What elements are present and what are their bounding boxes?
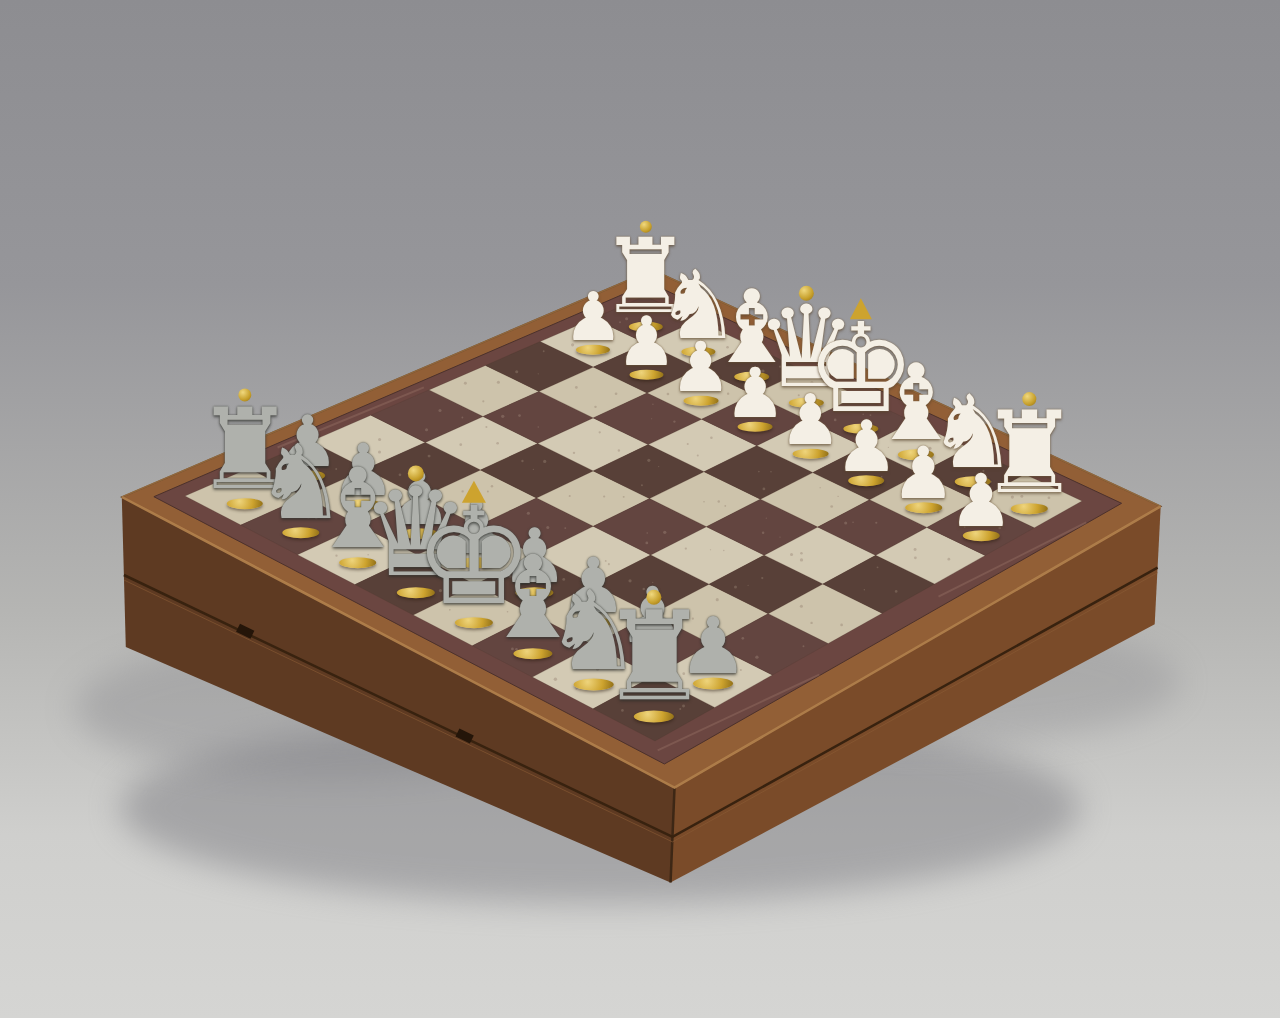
marble-speckle <box>673 420 675 422</box>
gold-finial <box>1023 392 1037 406</box>
marble-speckle <box>538 373 539 374</box>
marble-speckle <box>645 541 648 544</box>
chessboard <box>0 0 1280 1018</box>
marble-speckle <box>724 505 726 507</box>
marble-speckle <box>803 645 805 647</box>
marble-speckle <box>685 547 687 549</box>
marble-speckle <box>599 431 601 433</box>
marble-speckle <box>703 501 705 503</box>
marble-speckle <box>844 521 847 524</box>
gold-finial <box>640 220 652 232</box>
piece-white-p-c2[interactable]: ♟ <box>670 333 732 402</box>
marble-speckle <box>646 532 648 534</box>
piece-white-p-g2[interactable]: ♟ <box>891 437 956 509</box>
marble-speckle <box>496 442 499 445</box>
p-glyph: ♟ <box>616 308 677 376</box>
marble-speckle <box>758 471 760 473</box>
marble-speckle <box>464 382 467 385</box>
marble-speckle <box>461 417 463 419</box>
piece-white-p-d2[interactable]: ♟ <box>724 359 786 428</box>
marble-speckle <box>710 436 713 439</box>
marble-speckle <box>697 454 699 456</box>
marble-speckle <box>482 400 484 402</box>
marble-speckle <box>747 585 748 586</box>
marble-speckle <box>718 500 720 502</box>
marble-speckle <box>521 460 523 462</box>
marble-speckle <box>762 531 765 534</box>
marble-speckle <box>762 488 765 491</box>
marble-speckle <box>864 589 865 590</box>
marble-speckle <box>575 386 578 389</box>
marble-speckle <box>438 409 441 412</box>
marble-speckle <box>603 495 605 497</box>
marble-speckle <box>641 484 643 486</box>
marble-speckle <box>485 426 487 428</box>
marble-speckle <box>647 459 650 462</box>
r-glyph: ♜ <box>599 595 709 718</box>
marble-speckle <box>761 577 763 579</box>
marble-speckle <box>800 605 803 608</box>
marble-speckle <box>800 558 803 561</box>
piece-white-p-b2[interactable]: ♟ <box>616 308 677 376</box>
marble-speckle <box>651 418 652 419</box>
marble-speckle <box>652 404 653 405</box>
marble-speckle <box>459 443 462 446</box>
marble-speckle <box>734 586 737 589</box>
marble-speckle <box>766 518 767 519</box>
p-glyph: ♟ <box>779 385 842 455</box>
marble-speckle <box>790 553 793 556</box>
marble-speckle <box>515 370 518 373</box>
marble-speckle <box>537 426 539 428</box>
marble-speckle <box>425 428 428 431</box>
marble-speckle <box>497 381 500 384</box>
marble-speckle <box>877 566 879 568</box>
marble-speckle <box>687 443 689 445</box>
marble-speckle <box>658 466 659 467</box>
marble-speckle <box>820 487 821 488</box>
p-glyph: ♟ <box>724 359 786 428</box>
marble-speckle <box>573 452 575 454</box>
marble-speckle <box>615 392 618 395</box>
gold-finial <box>647 590 662 605</box>
p-glyph: ♟ <box>670 333 732 402</box>
p-glyph: ♟ <box>563 284 623 351</box>
gold-finial <box>238 389 251 402</box>
marble-speckle <box>810 622 812 624</box>
marble-speckle <box>914 548 917 551</box>
marble-speckle <box>594 406 596 408</box>
p-glyph: ♟ <box>948 464 1013 537</box>
marble-speckle <box>840 624 843 627</box>
marble-speckle <box>710 549 711 550</box>
piece-white-p-h2[interactable]: ♟ <box>948 464 1013 537</box>
piece-white-p-f2[interactable]: ♟ <box>835 411 899 482</box>
gold-cone-crown <box>462 481 486 503</box>
marble-speckle <box>518 414 521 417</box>
marble-speckle <box>569 495 571 497</box>
piece-white-p-e2[interactable]: ♟ <box>779 385 842 455</box>
marble-speckle <box>543 350 545 352</box>
marble-speckle <box>543 460 546 463</box>
marble-speckle <box>837 496 838 497</box>
piece-black-r-h8[interactable]: ♜ <box>599 595 709 718</box>
marble-speckle <box>779 536 780 537</box>
marble-speckle <box>723 550 724 551</box>
photo-backdrop: ♜♟♞♟♝♟♛♟♚♟♝♟♟♞♜♟♟♜♞♟♟♝♟♟♛♟♚♟♝♟♞♜ <box>0 0 1280 1018</box>
marble-speckle <box>755 656 758 659</box>
marble-speckle <box>830 505 833 508</box>
gold-cone-crown <box>850 298 872 319</box>
marble-speckle <box>947 558 950 561</box>
marble-speckle <box>618 449 620 451</box>
marble-speckle <box>875 522 877 524</box>
piece-white-p-a2[interactable]: ♟ <box>563 284 623 351</box>
marble-speckle <box>533 469 534 470</box>
marble-speckle <box>663 531 666 534</box>
marble-speckle <box>895 590 898 593</box>
marble-speckle <box>852 521 854 523</box>
marble-speckle <box>501 415 504 418</box>
marble-speckle <box>623 496 625 498</box>
p-glyph: ♟ <box>891 437 956 509</box>
p-glyph: ♟ <box>835 411 899 482</box>
marble-speckle <box>914 556 917 559</box>
marble-speckle <box>770 471 772 473</box>
marble-speckle <box>800 552 803 555</box>
